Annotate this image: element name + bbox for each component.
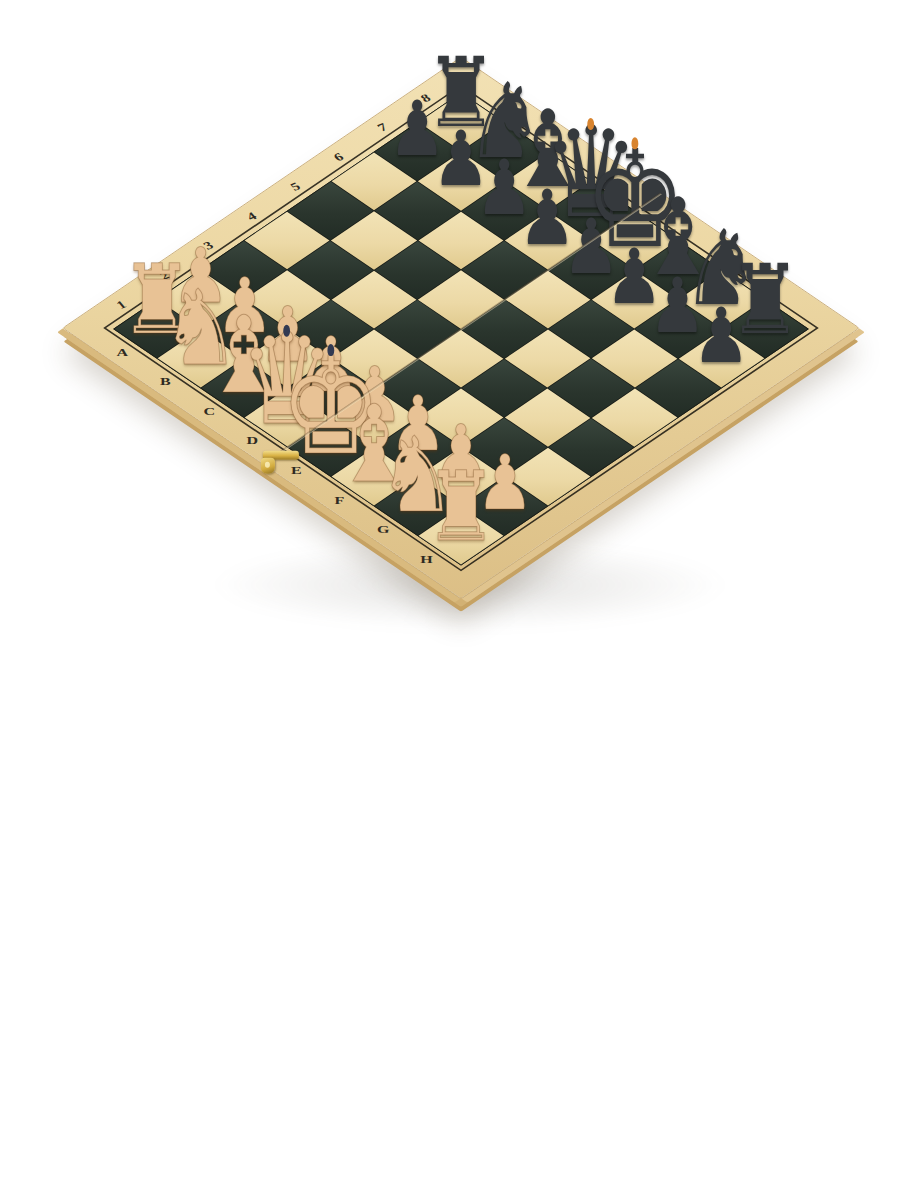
finial-tip (631, 137, 638, 149)
board-scene: ♜♞♝♛♚♝♞♜♟♟♟♟♟♟♟♟♟♟♟♟♟♟♟♟♜♞♝♛♚♝♞♜ 8765432… (0, 0, 900, 660)
brass-clasp-icon (261, 449, 305, 489)
rank-label-4: 4 (244, 210, 260, 223)
board-frame: ♜♞♝♛♚♝♞♜♟♟♟♟♟♟♟♟♟♟♟♟♟♟♟♟♜♞♝♛♚♝♞♜ 8765432… (62, 57, 860, 599)
finial-tip (327, 344, 334, 356)
chess-board: ♜♞♝♛♚♝♞♜♟♟♟♟♟♟♟♟♟♟♟♟♟♟♟♟♜♞♝♛♚♝♞♜ 8765432… (62, 57, 860, 599)
clasp-hasp (261, 458, 275, 474)
square-h1: ♜ (418, 507, 503, 565)
rank-label-5: 5 (287, 180, 303, 193)
black-pawn-h7: ♟ (692, 298, 750, 374)
rank-label-6: 6 (331, 151, 347, 164)
pieces-closeup: ♚♛♞♜♝♟♟ (0, 640, 900, 1200)
white-rook-h1: ♜ (424, 459, 497, 555)
playing-area: ♜♞♝♛♚♝♞♜♟♟♟♟♟♟♟♟♟♟♟♟♟♟♟♟♜♞♝♛♚♝♞♜ (113, 92, 809, 565)
